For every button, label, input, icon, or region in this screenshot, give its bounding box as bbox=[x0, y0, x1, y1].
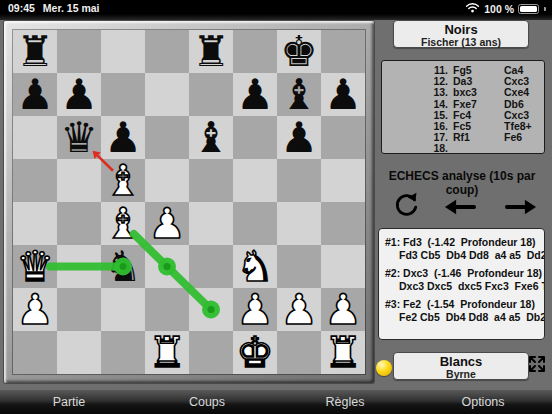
move-white: Rf1 bbox=[453, 132, 499, 143]
square-c4[interactable]: ♝ bbox=[101, 202, 145, 245]
status-bar: 09:45 Mer. 15 mai 100 % bbox=[0, 0, 552, 20]
square-c2[interactable] bbox=[101, 288, 145, 331]
battery-icon bbox=[518, 4, 539, 14]
move-list[interactable]: 11.Fg5Ca412.Da3Cxc313.bxc3Cxe414.Fxe7Db6… bbox=[381, 60, 545, 154]
move-black: Fe6 bbox=[504, 132, 545, 143]
square-e8[interactable]: ♜ bbox=[189, 30, 233, 73]
square-a2[interactable]: ♟ bbox=[13, 288, 57, 331]
square-f2[interactable]: ♟ bbox=[233, 288, 277, 331]
move-num: 18. bbox=[420, 143, 448, 154]
square-c7[interactable] bbox=[101, 73, 145, 116]
wifi-icon bbox=[465, 2, 480, 15]
square-f8[interactable] bbox=[233, 30, 277, 73]
engine-line-pv: Fe2 Cb5 Db4 Dd8 a4 a5 Db2 Cd6 bbox=[385, 311, 542, 324]
piece-black-p: ♟ bbox=[236, 73, 274, 116]
square-b6[interactable]: ♛ bbox=[57, 116, 101, 159]
white-player-name: Byrne bbox=[394, 369, 528, 380]
square-g7[interactable]: ♝ bbox=[277, 73, 321, 116]
engine-line-3[interactable]: #3: Fe2 (-1.54 Profondeur 18)Fe2 Cb5 Db4… bbox=[385, 298, 542, 323]
piece-white-p: ♟ bbox=[236, 288, 274, 331]
bottom-toolbar: Partie Coups Règles Options bbox=[0, 390, 552, 414]
clock-date: Mer. 15 mai bbox=[43, 2, 100, 14]
battery-percent: 100 % bbox=[484, 3, 514, 15]
engine-status-light bbox=[376, 360, 392, 376]
white-player-card[interactable]: Blancs Byrne bbox=[393, 352, 529, 380]
piece-black-p: ♟ bbox=[60, 73, 98, 116]
square-e4[interactable] bbox=[189, 202, 233, 245]
piece-white-k: ♚ bbox=[236, 331, 274, 374]
move-white: bxc3 bbox=[453, 87, 499, 98]
piece-black-p: ♟ bbox=[104, 116, 142, 159]
move-white bbox=[453, 143, 499, 154]
square-e1[interactable] bbox=[189, 331, 233, 374]
square-a8[interactable]: ♜ bbox=[13, 30, 57, 73]
square-h1[interactable]: ♜ bbox=[321, 331, 365, 374]
square-g1[interactable] bbox=[277, 331, 321, 374]
square-h2[interactable]: ♟ bbox=[321, 288, 365, 331]
engine-line-1[interactable]: #1: Fd3 (-1.42 Profondeur 18)Fd3 Cb5 Db4… bbox=[385, 236, 542, 261]
square-c5[interactable]: ♝ bbox=[101, 159, 145, 202]
square-b4[interactable] bbox=[57, 202, 101, 245]
piece-black-p: ♟ bbox=[324, 73, 362, 116]
move-num: 13. bbox=[420, 87, 448, 98]
square-c1[interactable] bbox=[101, 331, 145, 374]
engine-line-head: #3: Fe2 (-1.54 Profondeur 18) bbox=[385, 298, 542, 311]
square-f5[interactable] bbox=[233, 159, 277, 202]
square-a5[interactable] bbox=[13, 159, 57, 202]
square-a3[interactable]: ♛ bbox=[13, 245, 57, 288]
next-move-button[interactable] bbox=[504, 197, 537, 221]
restart-analysis-button[interactable] bbox=[393, 191, 420, 222]
tab-options[interactable]: Options bbox=[414, 395, 552, 409]
piece-black-r: ♜ bbox=[192, 30, 230, 73]
square-c3[interactable]: ♞ bbox=[101, 245, 145, 288]
previous-move-button[interactable] bbox=[444, 197, 477, 221]
black-player-card[interactable]: Noirs Fischer (13 ans) bbox=[393, 20, 529, 48]
square-h7[interactable]: ♟ bbox=[321, 73, 365, 116]
square-e2[interactable] bbox=[189, 288, 233, 331]
move-row[interactable]: 18. bbox=[420, 143, 544, 154]
square-d4[interactable]: ♟ bbox=[145, 202, 189, 245]
square-g6[interactable]: ♟ bbox=[277, 116, 321, 159]
engine-line-head: #2: Dxc3 (-1.46 Profondeur 18) bbox=[385, 267, 542, 280]
move-row[interactable]: 13.bxc3Cxe4 bbox=[420, 87, 544, 98]
square-b7[interactable]: ♟ bbox=[57, 73, 101, 116]
engine-line-2[interactable]: #2: Dxc3 (-1.46 Profondeur 18)Dxc3 Dxc5 … bbox=[385, 267, 542, 292]
square-h3[interactable] bbox=[321, 245, 365, 288]
square-d7[interactable] bbox=[145, 73, 189, 116]
piece-black-b: ♝ bbox=[192, 116, 230, 159]
square-a6[interactable] bbox=[13, 116, 57, 159]
piece-white-q: ♛ bbox=[16, 245, 54, 288]
square-a4[interactable] bbox=[13, 202, 57, 245]
square-g5[interactable] bbox=[277, 159, 321, 202]
chess-board-frame: ♜♜♚♟♟♟♝♟♛♟♝♟♝♝♟♛♞♞♟♟♟♟♜♚♜ bbox=[4, 21, 374, 383]
square-c6[interactable]: ♟ bbox=[101, 116, 145, 159]
piece-white-b: ♝ bbox=[104, 159, 142, 202]
clock-time: 09:45 bbox=[8, 2, 35, 14]
piece-white-p: ♟ bbox=[16, 288, 54, 331]
piece-black-r: ♜ bbox=[16, 30, 54, 73]
tab-coups[interactable]: Coups bbox=[138, 395, 276, 409]
engine-line-pv: Fd3 Cb5 Db4 Dd8 a4 a5 Dd2 Cxd bbox=[385, 249, 542, 262]
square-d1[interactable]: ♜ bbox=[145, 331, 189, 374]
square-a7[interactable]: ♟ bbox=[13, 73, 57, 116]
square-f4[interactable] bbox=[233, 202, 277, 245]
white-player-label: Blancs bbox=[394, 355, 528, 369]
square-h4[interactable] bbox=[321, 202, 365, 245]
square-e3[interactable] bbox=[189, 245, 233, 288]
piece-black-k: ♚ bbox=[280, 30, 318, 73]
square-b8[interactable] bbox=[57, 30, 101, 73]
square-f7[interactable]: ♟ bbox=[233, 73, 277, 116]
square-b5[interactable] bbox=[57, 159, 101, 202]
square-d8[interactable] bbox=[145, 30, 189, 73]
piece-black-q: ♛ bbox=[60, 116, 98, 159]
square-g8[interactable]: ♚ bbox=[277, 30, 321, 73]
piece-black-p: ♟ bbox=[16, 73, 54, 116]
square-f1[interactable]: ♚ bbox=[233, 331, 277, 374]
square-a1[interactable] bbox=[13, 331, 57, 374]
piece-black-b: ♝ bbox=[280, 73, 318, 116]
tab-regles[interactable]: Règles bbox=[276, 395, 414, 409]
engine-line-pv: Dxc3 Dxc5 dxc5 Fxc3 Fxe6 Txe6 bbox=[385, 280, 542, 293]
fullscreen-icon[interactable] bbox=[527, 354, 547, 374]
piece-black-p: ♟ bbox=[280, 116, 318, 159]
chess-board[interactable]: ♜♜♚♟♟♟♝♟♛♟♝♟♝♝♟♛♞♞♟♟♟♟♜♚♜ bbox=[13, 30, 365, 374]
black-player-label: Noirs bbox=[394, 23, 528, 37]
move-black: Cxe4 bbox=[504, 87, 545, 98]
square-e5[interactable] bbox=[189, 159, 233, 202]
square-e7[interactable] bbox=[189, 73, 233, 116]
square-h8[interactable] bbox=[321, 30, 365, 73]
square-b1[interactable] bbox=[57, 331, 101, 374]
square-d2[interactable] bbox=[145, 288, 189, 331]
piece-black-n: ♞ bbox=[104, 245, 142, 288]
move-black bbox=[504, 143, 545, 154]
piece-white-n: ♞ bbox=[236, 245, 274, 288]
square-h6[interactable] bbox=[321, 116, 365, 159]
square-g2[interactable]: ♟ bbox=[277, 288, 321, 331]
piece-white-p: ♟ bbox=[324, 288, 362, 331]
square-c8[interactable] bbox=[101, 30, 145, 73]
square-b2[interactable] bbox=[57, 288, 101, 331]
square-d3[interactable] bbox=[145, 245, 189, 288]
square-g3[interactable] bbox=[277, 245, 321, 288]
piece-white-p: ♟ bbox=[280, 288, 318, 331]
piece-white-p: ♟ bbox=[148, 202, 186, 245]
square-d5[interactable] bbox=[145, 159, 189, 202]
piece-white-r: ♜ bbox=[148, 331, 186, 374]
tab-partie[interactable]: Partie bbox=[0, 395, 138, 409]
square-e6[interactable]: ♝ bbox=[189, 116, 233, 159]
square-f3[interactable]: ♞ bbox=[233, 245, 277, 288]
square-f6[interactable] bbox=[233, 116, 277, 159]
square-b3[interactable] bbox=[57, 245, 101, 288]
piece-white-b: ♝ bbox=[104, 202, 142, 245]
square-d6[interactable] bbox=[145, 116, 189, 159]
black-player-name: Fischer (13 ans) bbox=[394, 37, 528, 48]
engine-analysis-lines[interactable]: #1: Fd3 (-1.42 Profondeur 18)Fd3 Cb5 Db4… bbox=[378, 228, 545, 340]
piece-white-r: ♜ bbox=[324, 331, 362, 374]
square-g4[interactable] bbox=[277, 202, 321, 245]
engine-line-head: #1: Fd3 (-1.42 Profondeur 18) bbox=[385, 236, 542, 249]
square-h5[interactable] bbox=[321, 159, 365, 202]
